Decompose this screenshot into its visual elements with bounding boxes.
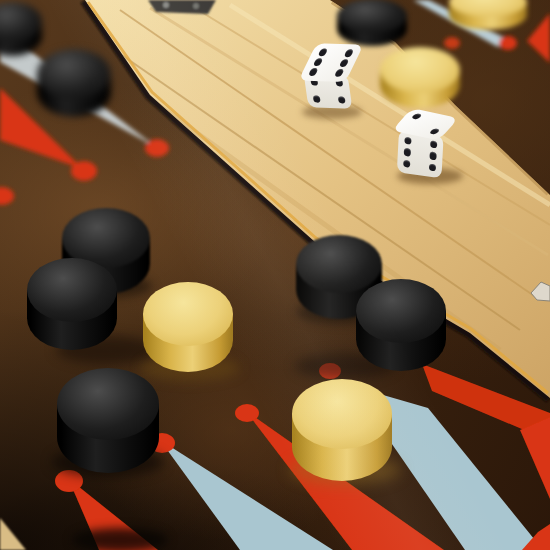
gloss-sheen xyxy=(0,0,550,550)
backgammon-board-photo xyxy=(0,0,550,550)
